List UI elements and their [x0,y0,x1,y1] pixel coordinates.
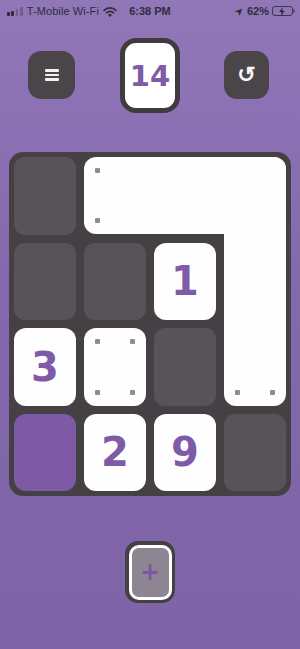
status-bar: T-Mobile Wi-Fi 6:38 PM ➤ 62% [0,0,300,22]
white-L-piece-vertical-arm [224,157,286,406]
hamburger-icon [45,69,59,81]
wifi-icon [103,6,117,17]
empty-slot-r1c1[interactable] [14,157,76,235]
restart-icon: ↺ [237,62,255,88]
corner-dot [130,339,135,344]
tile-3[interactable]: 3 [14,328,76,406]
tile-2-number: 2 [101,429,129,475]
status-right: ➤ 62% [236,5,293,17]
tile-1[interactable]: 1 [154,243,216,321]
empty-slot-r2c1[interactable] [14,243,76,321]
corner-dot [95,218,100,223]
battery-icon [272,6,293,17]
add-card-face: + [129,545,172,600]
battery-percent-label: 62% [247,5,269,17]
cellular-signal-icon [7,6,23,16]
corner-dot [95,168,100,173]
empty-slot-r4c4[interactable] [224,414,286,492]
menu-button[interactable] [28,51,75,99]
tile-1-number: 1 [171,258,199,304]
game-board: 1 3 2 9 [9,152,291,496]
add-card-button[interactable]: + [125,541,175,603]
carrier-label: T-Mobile Wi-Fi [27,5,99,17]
status-left: T-Mobile Wi-Fi [7,5,117,17]
dotted-blank-tile[interactable] [84,328,146,406]
corner-dot [95,390,100,395]
move-counter-value: 14 [130,59,170,93]
charging-bolt-icon [278,7,286,16]
restart-button[interactable]: ↺ [224,51,269,99]
corner-dot [270,390,275,395]
tile-9-number: 9 [171,429,199,475]
plus-icon: + [140,558,160,586]
battery-cap [293,9,295,13]
corner-dot [235,390,240,395]
move-counter-card: 14 [120,38,180,113]
app-screen: T-Mobile Wi-Fi 6:38 PM ➤ 62% 14 [0,0,300,649]
location-services-icon: ➤ [234,5,246,17]
tile-2[interactable]: 2 [84,414,146,492]
corner-dot [130,390,135,395]
purple-blank-tile[interactable] [14,414,76,492]
tile-3-number: 3 [31,344,59,390]
tile-9[interactable]: 9 [154,414,216,492]
corner-dot [95,339,100,344]
